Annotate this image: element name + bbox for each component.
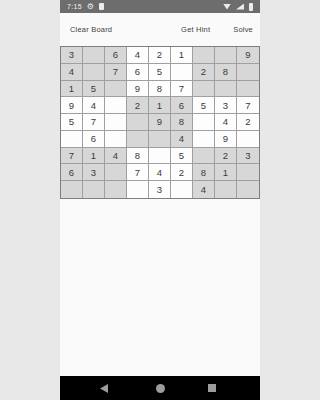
cell-r3c2[interactable]: 5 bbox=[83, 81, 105, 98]
cell-r8c7[interactable]: 8 bbox=[193, 164, 215, 181]
cell-r4c8[interactable]: 3 bbox=[215, 97, 237, 114]
cell-r9c8[interactable] bbox=[215, 181, 237, 198]
cell-r2c1[interactable]: 4 bbox=[61, 64, 83, 81]
cell-r3c7[interactable] bbox=[193, 81, 215, 98]
app-screen: 7:15 ⚙ Clear Board Get Hint Solve 364219… bbox=[60, 0, 260, 400]
cell-r1c5[interactable]: 2 bbox=[149, 47, 171, 64]
wifi-icon bbox=[223, 4, 231, 10]
cell-r4c2[interactable]: 4 bbox=[83, 97, 105, 114]
clear-board-button[interactable]: Clear Board bbox=[70, 25, 112, 34]
cell-r6c3[interactable] bbox=[105, 131, 127, 148]
cell-r1c3[interactable]: 6 bbox=[105, 47, 127, 64]
toolbar: Clear Board Get Hint Solve bbox=[60, 13, 260, 46]
cell-r2c8[interactable]: 8 bbox=[215, 64, 237, 81]
cell-r9c9[interactable] bbox=[237, 181, 259, 198]
cell-r7c9[interactable]: 3 bbox=[237, 148, 259, 165]
cell-r7c8[interactable]: 2 bbox=[215, 148, 237, 165]
cell-r1c7[interactable] bbox=[193, 47, 215, 64]
cell-r7c2[interactable]: 1 bbox=[83, 148, 105, 165]
get-hint-button[interactable]: Get Hint bbox=[181, 25, 210, 34]
recents-icon[interactable] bbox=[208, 384, 216, 392]
status-bar: 7:15 ⚙ bbox=[60, 0, 260, 13]
cell-r8c6[interactable]: 2 bbox=[171, 164, 193, 181]
cell-r6c8[interactable]: 9 bbox=[215, 131, 237, 148]
cell-r7c3[interactable]: 4 bbox=[105, 148, 127, 165]
cell-r9c2[interactable] bbox=[83, 181, 105, 198]
cell-r5c3[interactable] bbox=[105, 114, 127, 131]
cell-r8c1[interactable]: 6 bbox=[61, 164, 83, 181]
cell-r5c9[interactable]: 2 bbox=[237, 114, 259, 131]
cell-r6c4[interactable] bbox=[127, 131, 149, 148]
cell-r8c9[interactable] bbox=[237, 164, 259, 181]
cell-r4c9[interactable]: 7 bbox=[237, 97, 259, 114]
cell-r4c6[interactable]: 6 bbox=[171, 97, 193, 114]
cell-r1c2[interactable] bbox=[83, 47, 105, 64]
cell-r5c8[interactable]: 4 bbox=[215, 114, 237, 131]
cell-r3c5[interactable]: 8 bbox=[149, 81, 171, 98]
cell-r2c9[interactable] bbox=[237, 64, 259, 81]
cell-r2c3[interactable]: 7 bbox=[105, 64, 127, 81]
cell-r6c5[interactable] bbox=[149, 131, 171, 148]
cell-r1c9[interactable]: 9 bbox=[237, 47, 259, 64]
cell-r8c3[interactable] bbox=[105, 164, 127, 181]
cell-r6c6[interactable]: 4 bbox=[171, 131, 193, 148]
cell-r5c7[interactable] bbox=[193, 114, 215, 131]
cell-r3c4[interactable]: 9 bbox=[127, 81, 149, 98]
navigation-bar bbox=[60, 376, 260, 400]
sudoku-board: 3642194765281598794216537579842649714852… bbox=[60, 46, 260, 199]
cell-r9c3[interactable] bbox=[105, 181, 127, 198]
cell-r1c8[interactable] bbox=[215, 47, 237, 64]
cell-r4c7[interactable]: 5 bbox=[193, 97, 215, 114]
cell-r4c4[interactable]: 2 bbox=[127, 97, 149, 114]
cell-r3c6[interactable]: 7 bbox=[171, 81, 193, 98]
cell-r2c6[interactable] bbox=[171, 64, 193, 81]
cell-r3c1[interactable]: 1 bbox=[61, 81, 83, 98]
cell-r1c4[interactable]: 4 bbox=[127, 47, 149, 64]
cell-r7c4[interactable]: 8 bbox=[127, 148, 149, 165]
solve-button[interactable]: Solve bbox=[233, 25, 253, 34]
cell-r1c1[interactable]: 3 bbox=[61, 47, 83, 64]
cell-r9c6[interactable] bbox=[171, 181, 193, 198]
cell-r7c1[interactable]: 7 bbox=[61, 148, 83, 165]
cell-r5c4[interactable] bbox=[127, 114, 149, 131]
cell-r6c2[interactable]: 6 bbox=[83, 131, 105, 148]
cell-r7c7[interactable] bbox=[193, 148, 215, 165]
cell-r4c5[interactable]: 1 bbox=[149, 97, 171, 114]
cell-r8c5[interactable]: 4 bbox=[149, 164, 171, 181]
cell-r8c4[interactable]: 7 bbox=[127, 164, 149, 181]
cell-r9c1[interactable] bbox=[61, 181, 83, 198]
clock: 7:15 bbox=[67, 3, 82, 10]
battery-icon bbox=[249, 3, 253, 11]
cell-r2c5[interactable]: 5 bbox=[149, 64, 171, 81]
notification-icon bbox=[99, 3, 104, 10]
cell-r8c8[interactable]: 1 bbox=[215, 164, 237, 181]
gear-icon: ⚙ bbox=[87, 3, 94, 11]
cell-r9c5[interactable]: 3 bbox=[149, 181, 171, 198]
cell-r6c7[interactable] bbox=[193, 131, 215, 148]
back-icon[interactable] bbox=[100, 384, 108, 393]
cell-r3c9[interactable] bbox=[237, 81, 259, 98]
cell-r4c3[interactable] bbox=[105, 97, 127, 114]
cell-r3c3[interactable] bbox=[105, 81, 127, 98]
cell-r5c2[interactable]: 7 bbox=[83, 114, 105, 131]
cell-r6c9[interactable] bbox=[237, 131, 259, 148]
cell-r7c5[interactable] bbox=[149, 148, 171, 165]
cell-r5c5[interactable]: 9 bbox=[149, 114, 171, 131]
signal-icon bbox=[236, 4, 244, 10]
home-icon[interactable] bbox=[156, 384, 165, 393]
cell-r9c4[interactable] bbox=[127, 181, 149, 198]
cell-r2c4[interactable]: 6 bbox=[127, 64, 149, 81]
cell-r3c8[interactable] bbox=[215, 81, 237, 98]
cell-r6c1[interactable] bbox=[61, 131, 83, 148]
cell-r2c7[interactable]: 2 bbox=[193, 64, 215, 81]
cell-r1c6[interactable]: 1 bbox=[171, 47, 193, 64]
cell-r5c6[interactable]: 8 bbox=[171, 114, 193, 131]
cell-r2c2[interactable] bbox=[83, 64, 105, 81]
cell-r4c1[interactable]: 9 bbox=[61, 97, 83, 114]
cell-r9c7[interactable]: 4 bbox=[193, 181, 215, 198]
toolbar-right-group: Get Hint Solve bbox=[181, 25, 253, 34]
cell-r8c2[interactable]: 3 bbox=[83, 164, 105, 181]
cell-r5c1[interactable]: 5 bbox=[61, 114, 83, 131]
cell-r7c6[interactable]: 5 bbox=[171, 148, 193, 165]
